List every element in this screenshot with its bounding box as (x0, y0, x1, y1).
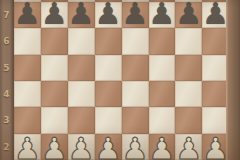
square-f7[interactable]: ♟ (149, 2, 176, 28)
square-b7[interactable]: ♟ (41, 2, 68, 28)
white-pawn[interactable]: ♟ (175, 135, 202, 160)
white-pawn[interactable]: ♟ (68, 135, 95, 160)
black-pawn[interactable]: ♟ (122, 1, 149, 27)
square-a6[interactable] (14, 28, 41, 54)
square-d6[interactable] (95, 28, 122, 54)
square-b5[interactable] (41, 55, 68, 81)
black-pawn[interactable]: ♟ (68, 1, 95, 27)
square-b4[interactable] (41, 81, 68, 107)
white-pawn[interactable]: ♟ (95, 135, 122, 160)
square-a5[interactable] (14, 55, 41, 81)
square-a7[interactable]: ♟ (14, 2, 41, 28)
white-pawn[interactable]: ♟ (122, 135, 149, 160)
square-e4[interactable] (122, 81, 149, 107)
rank-label-3: 3 (0, 107, 13, 133)
square-g6[interactable] (175, 28, 202, 54)
square-e7[interactable]: ♟ (122, 2, 149, 28)
square-c7[interactable]: ♟ (68, 2, 95, 28)
square-g2[interactable]: ♟ (175, 134, 202, 160)
square-c6[interactable] (68, 28, 95, 54)
rank-label-4: 4 (0, 81, 13, 107)
black-pawn[interactable]: ♟ (95, 1, 122, 27)
chess-board: ♟♟♟♟♟♟♟♟♟♟♟♟♟♟♟♟ (14, 0, 226, 160)
square-g4[interactable] (175, 81, 202, 107)
square-c5[interactable] (68, 55, 95, 81)
square-e6[interactable] (122, 28, 149, 54)
rank-label-2: 2 (0, 134, 13, 160)
square-e5[interactable] (122, 55, 149, 81)
square-e2[interactable]: ♟ (122, 134, 149, 160)
square-d5[interactable] (95, 55, 122, 81)
black-pawn[interactable]: ♟ (175, 1, 202, 27)
square-g7[interactable]: ♟ (175, 2, 202, 28)
black-pawn[interactable]: ♟ (149, 1, 176, 27)
square-b2[interactable]: ♟ (41, 134, 68, 160)
white-pawn[interactable]: ♟ (14, 135, 41, 160)
square-f5[interactable] (149, 55, 176, 81)
square-a2[interactable]: ♟ (14, 134, 41, 160)
chess-app-screenshot: ♟♟♟♟♟♟♟♟♟♟♟♟♟♟♟♟ 765432 (0, 0, 240, 160)
square-d4[interactable] (95, 81, 122, 107)
square-b6[interactable] (41, 28, 68, 54)
square-f2[interactable]: ♟ (149, 134, 176, 160)
square-d2[interactable]: ♟ (95, 134, 122, 160)
board-frame-right (226, 0, 240, 160)
square-f6[interactable] (149, 28, 176, 54)
square-d7[interactable]: ♟ (95, 2, 122, 28)
white-pawn[interactable]: ♟ (41, 135, 68, 160)
square-c4[interactable] (68, 81, 95, 107)
square-c2[interactable]: ♟ (68, 134, 95, 160)
rank-label-6: 6 (0, 28, 13, 54)
rank-label-5: 5 (0, 55, 13, 81)
square-f4[interactable] (149, 81, 176, 107)
black-pawn[interactable]: ♟ (14, 1, 41, 27)
black-pawn[interactable]: ♟ (41, 1, 68, 27)
square-a4[interactable] (14, 81, 41, 107)
white-pawn[interactable]: ♟ (149, 135, 176, 160)
square-g5[interactable] (175, 55, 202, 81)
rank-label-7: 7 (0, 2, 13, 28)
rank-label-column: 765432 (0, 0, 13, 160)
